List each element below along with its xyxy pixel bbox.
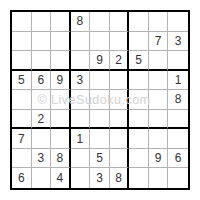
cell-r8c3[interactable]: 8 [51,149,71,169]
cell-r3c5[interactable]: 9 [90,51,110,71]
cell-r2c7[interactable] [129,32,149,52]
given-digit: 8 [57,152,64,164]
cell-r3c3[interactable] [51,51,71,71]
given-digit: 9 [155,152,162,164]
cell-r4c3[interactable]: 9 [51,71,71,91]
cell-r6c9[interactable] [168,110,188,130]
cell-r6c8[interactable] [149,110,169,130]
cell-r8c1[interactable] [12,149,32,169]
cell-r1c9[interactable] [168,12,188,32]
cell-r5c4[interactable] [71,90,91,110]
cell-r9c9[interactable] [168,168,188,188]
cell-r1c5[interactable] [90,12,110,32]
cell-r1c2[interactable] [32,12,52,32]
cell-r3c4[interactable] [71,51,91,71]
given-digit: 8 [175,93,182,105]
cell-r8c8[interactable]: 9 [149,149,169,169]
cell-r3c2[interactable] [32,51,52,71]
cell-r1c6[interactable] [110,12,130,32]
given-digit: 1 [77,133,84,145]
cell-r6c2[interactable]: 2 [32,110,52,130]
cell-r2c9[interactable]: 3 [168,32,188,52]
cell-r3c1[interactable] [12,51,32,71]
cell-r4c4[interactable]: 3 [71,71,91,91]
given-digit: 1 [175,74,182,86]
given-digit: 8 [115,172,122,184]
cell-r7c8[interactable] [149,129,169,149]
cell-r2c2[interactable] [32,32,52,52]
given-digit: 2 [37,113,44,125]
cell-r9c2[interactable] [32,168,52,188]
cell-r7c9[interactable] [168,129,188,149]
cell-r1c8[interactable] [149,12,169,32]
cell-r5c3[interactable] [51,90,71,110]
cell-r6c6[interactable] [110,110,130,130]
given-digit: 7 [155,35,162,47]
cell-r2c8[interactable]: 7 [149,32,169,52]
given-digit: 8 [77,15,84,27]
cell-r5c6[interactable] [110,90,130,110]
cell-r6c7[interactable] [129,110,149,130]
sudoku-board: 873925569318271385966438 [10,10,190,190]
given-digit: 9 [57,74,64,86]
cell-r1c1[interactable] [12,12,32,32]
cell-r7c3[interactable] [51,129,71,149]
given-digit: 2 [115,54,122,66]
cell-r4c9[interactable]: 1 [168,71,188,91]
cell-r9c6[interactable]: 8 [110,168,130,188]
cell-r7c4[interactable]: 1 [71,129,91,149]
cell-r9c7[interactable] [129,168,149,188]
cell-r8c7[interactable] [129,149,149,169]
given-digit: 3 [175,35,182,47]
cell-r8c2[interactable]: 3 [32,149,52,169]
cell-r3c9[interactable] [168,51,188,71]
cell-r9c3[interactable]: 4 [51,168,71,188]
cell-r9c1[interactable]: 6 [12,168,32,188]
given-digit: 4 [57,172,64,184]
cell-r4c6[interactable] [110,71,130,91]
cell-r2c1[interactable] [12,32,32,52]
cell-r8c5[interactable]: 5 [90,149,110,169]
cell-r2c3[interactable] [51,32,71,52]
cell-r3c8[interactable] [149,51,169,71]
given-digit: 6 [18,172,25,184]
cell-r9c5[interactable]: 3 [90,168,110,188]
cell-r4c2[interactable]: 6 [32,71,52,91]
given-digit: 5 [18,74,25,86]
cell-r2c5[interactable] [90,32,110,52]
cell-r7c2[interactable] [32,129,52,149]
cell-r8c9[interactable]: 6 [168,149,188,169]
given-digit: 6 [37,74,44,86]
cell-r4c1[interactable]: 5 [12,71,32,91]
cell-r2c4[interactable] [71,32,91,52]
given-digit: 5 [96,152,103,164]
cell-r4c8[interactable] [149,71,169,91]
given-digit: 3 [96,172,103,184]
cell-r7c1[interactable]: 7 [12,129,32,149]
cell-r9c4[interactable] [71,168,91,188]
cell-r5c8[interactable] [149,90,169,110]
cell-r4c5[interactable] [90,71,110,91]
cell-r6c1[interactable] [12,110,32,130]
cell-r3c6[interactable]: 2 [110,51,130,71]
cell-r8c6[interactable] [110,149,130,169]
cell-r5c7[interactable] [129,90,149,110]
given-digit: 3 [37,152,44,164]
cell-r1c4[interactable]: 8 [71,12,91,32]
sudoku-board-wrapper: © LiveSudoku.com 87392556931827138596643… [10,10,190,190]
cell-r5c9[interactable]: 8 [168,90,188,110]
cell-r8c4[interactable] [71,149,91,169]
cell-r6c5[interactable] [90,110,110,130]
cell-r1c3[interactable] [51,12,71,32]
cell-r7c6[interactable] [110,129,130,149]
cell-r3c7[interactable]: 5 [129,51,149,71]
cell-r5c1[interactable] [12,90,32,110]
cell-r5c2[interactable] [32,90,52,110]
given-digit: 5 [135,54,142,66]
given-digit: 6 [175,152,182,164]
cell-r1c7[interactable] [129,12,149,32]
cell-r5c5[interactable] [90,90,110,110]
given-digit: 7 [18,133,25,145]
cell-r6c3[interactable] [51,110,71,130]
given-digit: 9 [96,54,103,66]
cell-r2c6[interactable] [110,32,130,52]
cell-r4c7[interactable] [129,71,149,91]
cell-r7c7[interactable] [129,129,149,149]
given-digit: 3 [77,74,84,86]
cell-r6c4[interactable] [71,110,91,130]
cell-r9c8[interactable] [149,168,169,188]
cell-r7c5[interactable] [90,129,110,149]
